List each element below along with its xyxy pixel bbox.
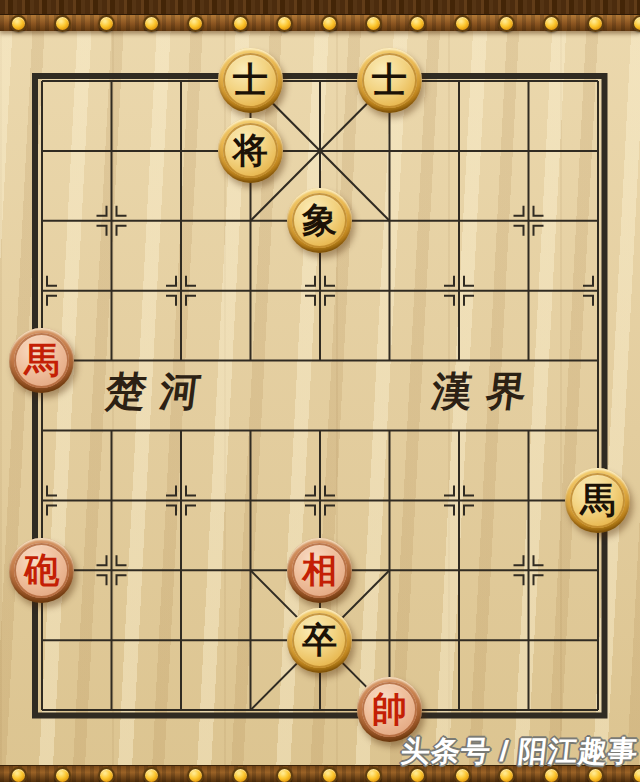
black-soldier-piece[interactable]: 卒: [287, 608, 352, 673]
black-general-piece[interactable]: 将: [218, 118, 283, 183]
piece-character: 卒: [302, 623, 337, 658]
piece-character: 士: [233, 63, 268, 98]
piece-character: 象: [302, 203, 337, 238]
red-elephant-piece[interactable]: 相: [287, 538, 352, 603]
piece-character: 馬: [24, 343, 59, 378]
piece-character: 士: [372, 63, 407, 98]
piece-character: 相: [302, 553, 337, 588]
piece-character: 帥: [372, 692, 407, 727]
red-horse-piece[interactable]: 馬: [9, 328, 74, 393]
black-advisor-piece[interactable]: 士: [218, 48, 283, 113]
xiangqi-board-grid[interactable]: 士士将象馬馬砲相卒帥: [7, 46, 633, 745]
red-general-piece[interactable]: 帥: [357, 677, 422, 742]
piece-character: 将: [233, 133, 268, 168]
piece-character: 砲: [24, 553, 59, 588]
watermark-text: 头条号 / 阳江趣事: [399, 736, 640, 768]
piece-character: 馬: [580, 483, 615, 518]
black-elephant-piece[interactable]: 象: [287, 188, 352, 253]
xiangqi-game-screen: 楚河 漢界 士士将象馬馬砲相卒帥 头条号 / 阳江趣事: [0, 0, 640, 782]
black-horse-piece[interactable]: 馬: [565, 468, 630, 533]
black-advisor-piece[interactable]: 士: [357, 48, 422, 113]
red-cannon-piece[interactable]: 砲: [9, 538, 74, 603]
